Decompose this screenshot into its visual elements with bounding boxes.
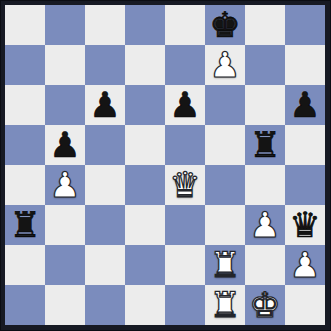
- chess-board: ♚♟♟♟♟♟♜♟♛♜♟♛♜♟♜♚: [5, 5, 325, 325]
- white-rook[interactable]: ♜: [209, 285, 240, 325]
- white-rook[interactable]: ♜: [209, 245, 240, 285]
- square-h4[interactable]: [285, 165, 325, 205]
- square-e4[interactable]: ♛: [165, 165, 205, 205]
- square-b4[interactable]: ♟: [45, 165, 85, 205]
- white-king[interactable]: ♚: [249, 285, 280, 325]
- square-a1[interactable]: [5, 285, 45, 325]
- square-e3[interactable]: [165, 205, 205, 245]
- square-b8[interactable]: [45, 5, 85, 45]
- square-g7[interactable]: [245, 45, 285, 85]
- square-h6[interactable]: ♟: [285, 85, 325, 125]
- square-e6[interactable]: ♟: [165, 85, 205, 125]
- square-h8[interactable]: [285, 5, 325, 45]
- square-c4[interactable]: [85, 165, 125, 205]
- white-pawn[interactable]: ♟: [249, 205, 280, 245]
- square-f2[interactable]: ♜: [205, 245, 245, 285]
- square-f3[interactable]: [205, 205, 245, 245]
- square-e7[interactable]: [165, 45, 205, 85]
- square-h7[interactable]: [285, 45, 325, 85]
- square-g8[interactable]: [245, 5, 285, 45]
- square-f8[interactable]: ♚: [205, 5, 245, 45]
- square-d3[interactable]: [125, 205, 165, 245]
- black-queen[interactable]: ♛: [289, 205, 320, 245]
- square-b6[interactable]: [45, 85, 85, 125]
- square-h2[interactable]: ♟: [285, 245, 325, 285]
- square-f1[interactable]: ♜: [205, 285, 245, 325]
- square-b5[interactable]: ♟: [45, 125, 85, 165]
- square-a5[interactable]: [5, 125, 45, 165]
- square-d4[interactable]: [125, 165, 165, 205]
- black-rook[interactable]: ♜: [9, 205, 40, 245]
- square-g6[interactable]: [245, 85, 285, 125]
- square-b2[interactable]: [45, 245, 85, 285]
- square-a2[interactable]: [5, 245, 45, 285]
- square-e1[interactable]: [165, 285, 205, 325]
- black-king[interactable]: ♚: [209, 5, 240, 45]
- square-a4[interactable]: [5, 165, 45, 205]
- black-pawn[interactable]: ♟: [289, 85, 320, 125]
- square-d1[interactable]: [125, 285, 165, 325]
- square-h5[interactable]: [285, 125, 325, 165]
- square-f7[interactable]: ♟: [205, 45, 245, 85]
- square-f5[interactable]: [205, 125, 245, 165]
- square-a8[interactable]: [5, 5, 45, 45]
- black-pawn[interactable]: ♟: [49, 125, 80, 165]
- square-f4[interactable]: [205, 165, 245, 205]
- square-e8[interactable]: [165, 5, 205, 45]
- square-e5[interactable]: [165, 125, 205, 165]
- black-rook[interactable]: ♜: [249, 125, 280, 165]
- square-g2[interactable]: [245, 245, 285, 285]
- square-c5[interactable]: [85, 125, 125, 165]
- white-pawn[interactable]: ♟: [49, 165, 80, 205]
- white-pawn[interactable]: ♟: [289, 245, 320, 285]
- square-b7[interactable]: [45, 45, 85, 85]
- square-e2[interactable]: [165, 245, 205, 285]
- square-g1[interactable]: ♚: [245, 285, 285, 325]
- square-h1[interactable]: [285, 285, 325, 325]
- black-pawn[interactable]: ♟: [89, 85, 120, 125]
- square-c1[interactable]: [85, 285, 125, 325]
- square-g3[interactable]: ♟: [245, 205, 285, 245]
- white-queen[interactable]: ♛: [169, 165, 200, 205]
- white-pawn[interactable]: ♟: [209, 45, 240, 85]
- square-a6[interactable]: [5, 85, 45, 125]
- square-f6[interactable]: [205, 85, 245, 125]
- square-d5[interactable]: [125, 125, 165, 165]
- square-g4[interactable]: [245, 165, 285, 205]
- square-c8[interactable]: [85, 5, 125, 45]
- square-c2[interactable]: [85, 245, 125, 285]
- square-b1[interactable]: [45, 285, 85, 325]
- square-h3[interactable]: ♛: [285, 205, 325, 245]
- square-g5[interactable]: ♜: [245, 125, 285, 165]
- square-c6[interactable]: ♟: [85, 85, 125, 125]
- square-d8[interactable]: [125, 5, 165, 45]
- square-c3[interactable]: [85, 205, 125, 245]
- square-b3[interactable]: [45, 205, 85, 245]
- square-d6[interactable]: [125, 85, 165, 125]
- square-d2[interactable]: [125, 245, 165, 285]
- square-c7[interactable]: [85, 45, 125, 85]
- square-a3[interactable]: ♜: [5, 205, 45, 245]
- black-pawn[interactable]: ♟: [169, 85, 200, 125]
- chess-board-frame: ♚♟♟♟♟♟♜♟♛♜♟♛♜♟♜♚: [0, 0, 331, 331]
- square-a7[interactable]: [5, 45, 45, 85]
- square-d7[interactable]: [125, 45, 165, 85]
